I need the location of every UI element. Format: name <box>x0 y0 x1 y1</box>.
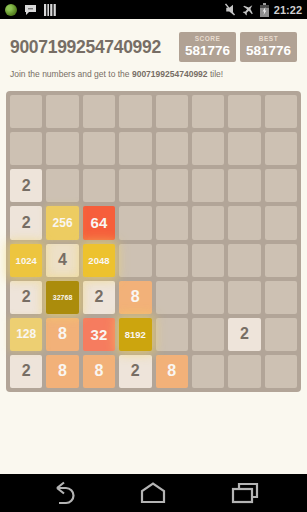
tile-1024: 1024 <box>10 244 42 277</box>
empty-cell <box>265 355 297 388</box>
tile-4: 4 <box>46 244 78 277</box>
empty-cell <box>156 281 188 314</box>
empty-cell <box>119 169 151 202</box>
best-value: 581776 <box>240 43 297 58</box>
tile-2: 2 <box>228 318 260 351</box>
empty-cell <box>192 95 224 128</box>
empty-cell <box>265 318 297 351</box>
tile-2: 2 <box>10 355 42 388</box>
tile-8: 8 <box>119 281 151 314</box>
empty-cell <box>156 95 188 128</box>
empty-cell <box>228 169 260 202</box>
empty-cell <box>192 318 224 351</box>
tile-256: 256 <box>46 206 78 239</box>
empty-cell <box>265 95 297 128</box>
empty-cell <box>192 244 224 277</box>
empty-cell <box>192 281 224 314</box>
empty-cell <box>119 95 151 128</box>
empty-cell <box>156 132 188 165</box>
empty-cell <box>192 132 224 165</box>
best-box: BEST 581776 <box>240 32 297 62</box>
empty-cell <box>192 355 224 388</box>
empty-cell <box>156 244 188 277</box>
empty-cell <box>192 206 224 239</box>
header: 9007199254740992 SCORE 581776 BEST 58177… <box>0 19 307 62</box>
mute-icon <box>224 3 236 16</box>
goal-text-suffix: tile! <box>208 69 224 79</box>
status-bar: 21:22 <box>0 0 307 19</box>
empty-cell <box>83 132 115 165</box>
score-box: SCORE 581776 <box>179 32 236 62</box>
empty-cell <box>83 169 115 202</box>
empty-cell <box>46 95 78 128</box>
score-value: 581776 <box>179 43 236 58</box>
tile-8192: 8192 <box>119 318 151 351</box>
tile-8: 8 <box>83 355 115 388</box>
goal-text: Join the numbers and get to the 90071992… <box>10 69 297 79</box>
tile-8: 8 <box>46 355 78 388</box>
empty-cell <box>156 169 188 202</box>
tile-128: 128 <box>10 318 42 351</box>
recents-button[interactable] <box>231 481 259 505</box>
empty-cell <box>156 318 188 351</box>
battery-charging-icon <box>260 3 269 17</box>
tile-64: 64 <box>83 206 115 239</box>
best-label: BEST <box>240 35 297 43</box>
empty-cell <box>46 132 78 165</box>
empty-cell <box>228 95 260 128</box>
tile-32768: 32768 <box>46 281 78 314</box>
empty-cell <box>10 95 42 128</box>
empty-cell <box>119 244 151 277</box>
empty-cell <box>119 132 151 165</box>
empty-cell <box>83 95 115 128</box>
board-grid[interactable]: 2225664102442048232768281288328192228828 <box>6 91 301 392</box>
status-clock: 21:22 <box>274 4 302 16</box>
phone-screen: 21:22 9007199254740992 SCORE 581776 BEST… <box>0 0 307 512</box>
tile-2: 2 <box>10 281 42 314</box>
empty-cell <box>265 281 297 314</box>
tile-32: 32 <box>83 318 115 351</box>
empty-cell <box>10 132 42 165</box>
barcode-icon <box>44 4 57 16</box>
empty-cell <box>265 206 297 239</box>
empty-cell <box>228 281 260 314</box>
score-boxes: SCORE 581776 BEST 581776 <box>179 32 297 62</box>
empty-cell <box>265 169 297 202</box>
empty-cell <box>228 355 260 388</box>
chat-icon <box>24 4 37 16</box>
empty-cell <box>156 206 188 239</box>
score-label: SCORE <box>179 35 236 43</box>
tile-2: 2 <box>10 206 42 239</box>
empty-cell <box>192 169 224 202</box>
empty-cell <box>265 132 297 165</box>
empty-cell <box>228 206 260 239</box>
empty-cell <box>46 169 78 202</box>
back-button[interactable] <box>48 481 75 505</box>
tile-2: 2 <box>83 281 115 314</box>
goal-tile-number: 9007199254740992 <box>132 69 208 79</box>
tile-2: 2 <box>10 169 42 202</box>
tile-8: 8 <box>156 355 188 388</box>
empty-cell <box>265 244 297 277</box>
home-button[interactable] <box>139 481 167 505</box>
empty-cell <box>228 244 260 277</box>
tile-2048: 2048 <box>83 244 115 277</box>
navigation-bar <box>0 474 307 512</box>
app-notification-icon <box>5 4 17 16</box>
page-title: 9007199254740992 <box>10 32 179 62</box>
empty-cell <box>119 206 151 239</box>
empty-cell <box>228 132 260 165</box>
goal-text-prefix: Join the numbers and get to the <box>10 69 132 79</box>
status-bar-left <box>5 4 57 16</box>
airplane-icon <box>238 0 258 19</box>
status-bar-right: 21:22 <box>224 3 302 17</box>
tile-8: 8 <box>46 318 78 351</box>
tile-2: 2 <box>119 355 151 388</box>
